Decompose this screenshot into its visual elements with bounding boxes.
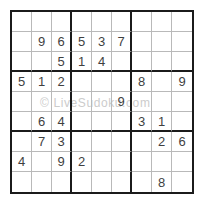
cell-r2c8[interactable]: [152, 32, 172, 52]
cell-r1c1[interactable]: [12, 12, 32, 32]
cell-r7c7[interactable]: [132, 132, 152, 152]
cell-r7c6[interactable]: [112, 132, 132, 152]
cell-r3c5[interactable]: 4: [92, 52, 112, 72]
cell-r1c4[interactable]: [72, 12, 92, 32]
cell-r4c2[interactable]: 1: [32, 72, 52, 92]
cell-r1c2[interactable]: [32, 12, 52, 32]
cell-r4c7[interactable]: 8: [132, 72, 152, 92]
cell-r8c9[interactable]: [172, 152, 192, 172]
cell-r6c6[interactable]: [112, 112, 132, 132]
cell-r9c1[interactable]: [12, 172, 32, 192]
cell-r1c9[interactable]: [172, 12, 192, 32]
cell-r7c5[interactable]: [92, 132, 112, 152]
cell-r3c1[interactable]: [12, 52, 32, 72]
cell-r2c7[interactable]: [132, 32, 152, 52]
cell-r9c4[interactable]: [72, 172, 92, 192]
cell-r5c7[interactable]: [132, 92, 152, 112]
cell-r9c2[interactable]: [32, 172, 52, 192]
cell-r5c3[interactable]: [52, 92, 72, 112]
cell-r8c6[interactable]: [112, 152, 132, 172]
cell-r8c2[interactable]: [32, 152, 52, 172]
cell-r6c3[interactable]: 4: [52, 112, 72, 132]
cell-r4c3[interactable]: 2: [52, 72, 72, 92]
cell-r5c5[interactable]: [92, 92, 112, 112]
cell-r5c8[interactable]: [152, 92, 172, 112]
cell-r9c6[interactable]: [112, 172, 132, 192]
cell-r4c4[interactable]: [72, 72, 92, 92]
cell-r3c8[interactable]: [152, 52, 172, 72]
cell-r3c7[interactable]: [132, 52, 152, 72]
cell-r7c8[interactable]: 2: [152, 132, 172, 152]
cell-r6c1[interactable]: [12, 112, 32, 132]
cell-r5c4[interactable]: [72, 92, 92, 112]
cell-r6c4[interactable]: [72, 112, 92, 132]
cell-r3c9[interactable]: [172, 52, 192, 72]
cell-r2c2[interactable]: 9: [32, 32, 52, 52]
cell-r2c5[interactable]: 3: [92, 32, 112, 52]
cell-r3c2[interactable]: [32, 52, 52, 72]
cell-r2c6[interactable]: 7: [112, 32, 132, 52]
cell-r4c6[interactable]: [112, 72, 132, 92]
cell-r2c3[interactable]: 6: [52, 32, 72, 52]
cell-r7c2[interactable]: 7: [32, 132, 52, 152]
cell-r3c3[interactable]: 5: [52, 52, 72, 72]
cell-r3c6[interactable]: [112, 52, 132, 72]
cell-r4c5[interactable]: [92, 72, 112, 92]
cell-r5c9[interactable]: [172, 92, 192, 112]
cell-r6c2[interactable]: 6: [32, 112, 52, 132]
cell-r9c9[interactable]: [172, 172, 192, 192]
cell-r7c4[interactable]: [72, 132, 92, 152]
cell-r8c4[interactable]: 2: [72, 152, 92, 172]
cell-r9c8[interactable]: 8: [152, 172, 172, 192]
cell-r8c8[interactable]: [152, 152, 172, 172]
cell-r5c6[interactable]: 9: [112, 92, 132, 112]
cell-r9c3[interactable]: [52, 172, 72, 192]
cell-r1c8[interactable]: [152, 12, 172, 32]
cell-r8c7[interactable]: [132, 152, 152, 172]
cell-r8c1[interactable]: 4: [12, 152, 32, 172]
cell-r8c3[interactable]: 9: [52, 152, 72, 172]
cell-r6c8[interactable]: 1: [152, 112, 172, 132]
cell-r2c4[interactable]: 5: [72, 32, 92, 52]
cell-r6c5[interactable]: [92, 112, 112, 132]
cell-r2c1[interactable]: [12, 32, 32, 52]
sudoku-board: © LiveSudoku.com 96537514512899643173264…: [10, 10, 194, 194]
cell-r5c1[interactable]: [12, 92, 32, 112]
cell-r8c5[interactable]: [92, 152, 112, 172]
cell-r4c9[interactable]: 9: [172, 72, 192, 92]
cell-r4c1[interactable]: 5: [12, 72, 32, 92]
cell-r2c9[interactable]: [172, 32, 192, 52]
cell-r5c2[interactable]: [32, 92, 52, 112]
cell-r7c3[interactable]: 3: [52, 132, 72, 152]
cell-r7c9[interactable]: 6: [172, 132, 192, 152]
cell-r9c5[interactable]: [92, 172, 112, 192]
cell-r3c4[interactable]: 1: [72, 52, 92, 72]
cell-r1c7[interactable]: [132, 12, 152, 32]
cell-r1c3[interactable]: [52, 12, 72, 32]
cell-r9c7[interactable]: [132, 172, 152, 192]
cell-r6c7[interactable]: 3: [132, 112, 152, 132]
cell-r6c9[interactable]: [172, 112, 192, 132]
cell-r1c5[interactable]: [92, 12, 112, 32]
cell-r1c6[interactable]: [112, 12, 132, 32]
cell-r7c1[interactable]: [12, 132, 32, 152]
cell-r4c8[interactable]: [152, 72, 172, 92]
